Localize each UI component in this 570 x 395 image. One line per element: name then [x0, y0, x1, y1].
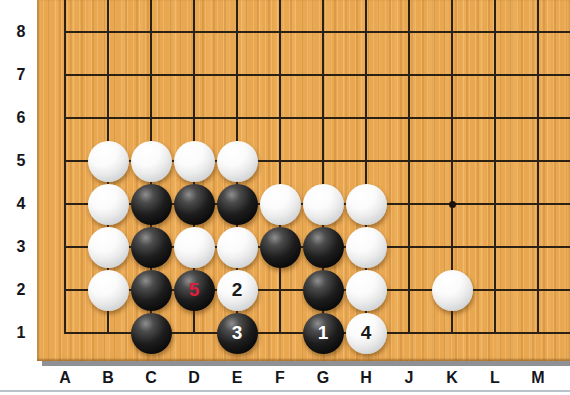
stone-white-E3 [217, 227, 258, 268]
stone-white-E5 [217, 141, 258, 182]
row-label-1: 1 [6, 322, 36, 344]
intersection-H6[interactable] [345, 97, 388, 140]
column-label-H: H [354, 367, 378, 389]
intersection-L3[interactable] [474, 226, 517, 269]
intersection-C6[interactable] [130, 97, 173, 140]
intersection-H7[interactable] [345, 54, 388, 97]
row-label-7: 7 [6, 64, 36, 86]
stone-black-G2 [303, 270, 344, 311]
stone-white-D3 [174, 227, 215, 268]
intersection-K4[interactable] [431, 183, 474, 226]
intersection-A7[interactable] [44, 54, 87, 97]
intersection-M5[interactable] [517, 140, 560, 183]
column-label-A: A [53, 367, 77, 389]
stone-black-E4 [217, 184, 258, 225]
stone-white-K2 [432, 270, 473, 311]
row-label-2: 2 [6, 279, 36, 301]
intersection-C3[interactable] [130, 226, 173, 269]
intersection-M2[interactable] [517, 269, 560, 312]
intersection-E8[interactable] [216, 11, 259, 54]
intersection-J5[interactable] [388, 140, 431, 183]
intersection-C7[interactable] [130, 54, 173, 97]
intersection-E6[interactable] [216, 97, 259, 140]
intersection-H1[interactable]: 4 [345, 312, 388, 355]
move-number-label: 4 [361, 323, 372, 342]
column-label-G: G [311, 367, 335, 389]
bottom-divider [0, 390, 570, 392]
intersection-F1[interactable] [259, 312, 302, 355]
stone-black-C2 [131, 270, 172, 311]
intersection-D7[interactable] [173, 54, 216, 97]
intersection-K2[interactable] [431, 269, 474, 312]
row-label-5: 5 [6, 150, 36, 172]
intersection-D6[interactable] [173, 97, 216, 140]
intersection-A1[interactable] [44, 312, 87, 355]
intersection-B6[interactable] [87, 97, 130, 140]
intersection-F6[interactable] [259, 97, 302, 140]
stone-white-B2 [88, 270, 129, 311]
intersection-F7[interactable] [259, 54, 302, 97]
intersection-G5[interactable] [302, 140, 345, 183]
intersection-F8[interactable] [259, 11, 302, 54]
intersection-F3[interactable] [259, 226, 302, 269]
stone-white-C5 [131, 141, 172, 182]
intersection-G7[interactable] [302, 54, 345, 97]
stone-white-D5 [174, 141, 215, 182]
stone-black-D4 [174, 184, 215, 225]
intersection-M4[interactable] [517, 183, 560, 226]
intersection-J1[interactable] [388, 312, 431, 355]
intersection-B3[interactable] [87, 226, 130, 269]
stone-white-F4 [260, 184, 301, 225]
intersection-K8[interactable] [431, 11, 474, 54]
intersection-B8[interactable] [87, 11, 130, 54]
stone-white-E2: 2 [217, 270, 258, 311]
intersection-D5[interactable] [173, 140, 216, 183]
intersection-M3[interactable] [517, 226, 560, 269]
stone-black-G3 [303, 227, 344, 268]
intersection-H2[interactable] [345, 269, 388, 312]
intersection-C5[interactable] [130, 140, 173, 183]
stone-white-H3 [346, 227, 387, 268]
row-label-3: 3 [6, 236, 36, 258]
stone-white-B5 [88, 141, 129, 182]
intersection-M6[interactable] [517, 97, 560, 140]
stone-black-C1 [131, 313, 172, 354]
intersection-L6[interactable] [474, 97, 517, 140]
stone-black-C4 [131, 184, 172, 225]
row-label-8: 8 [6, 21, 36, 43]
stone-black-G1: 1 [303, 313, 344, 354]
intersection-E3[interactable] [216, 226, 259, 269]
intersection-A2[interactable] [44, 269, 87, 312]
intersection-M7[interactable] [517, 54, 560, 97]
column-label-C: C [139, 367, 163, 389]
stone-black-F3 [260, 227, 301, 268]
intersection-G3[interactable] [302, 226, 345, 269]
board-drop-shadow [42, 361, 570, 366]
intersection-J6[interactable] [388, 97, 431, 140]
stone-white-G4 [303, 184, 344, 225]
intersection-B5[interactable] [87, 140, 130, 183]
intersection-D1[interactable] [173, 312, 216, 355]
go-app-window: 52314 87654321 ABCDEFGHJKLM [0, 0, 570, 395]
intersection-C8[interactable] [130, 11, 173, 54]
intersection-G6[interactable] [302, 97, 345, 140]
board-surface[interactable]: 52314 [37, 0, 570, 361]
row-label-6: 6 [6, 107, 36, 129]
column-label-F: F [268, 367, 292, 389]
intersection-L7[interactable] [474, 54, 517, 97]
intersection-A8[interactable] [44, 11, 87, 54]
intersection-F2[interactable] [259, 269, 302, 312]
intersection-J7[interactable] [388, 54, 431, 97]
intersection-M1[interactable] [517, 312, 560, 355]
stone-black-C3 [131, 227, 172, 268]
column-label-B: B [96, 367, 120, 389]
intersection-J3[interactable] [388, 226, 431, 269]
column-label-L: L [483, 367, 507, 389]
intersection-L4[interactable] [474, 183, 517, 226]
move-number-label: 1 [318, 323, 329, 342]
intersection-K5[interactable] [431, 140, 474, 183]
intersection-L2[interactable] [474, 269, 517, 312]
intersection-J2[interactable] [388, 269, 431, 312]
stone-white-H4 [346, 184, 387, 225]
intersection-A4[interactable] [44, 183, 87, 226]
intersection-K6[interactable] [431, 97, 474, 140]
intersection-H4[interactable] [345, 183, 388, 226]
column-label-M: M [526, 367, 550, 389]
intersection-K3[interactable] [431, 226, 474, 269]
intersection-D2[interactable]: 5 [173, 269, 216, 312]
intersection-G8[interactable] [302, 11, 345, 54]
intersection-G1[interactable]: 1 [302, 312, 345, 355]
intersection-E2[interactable]: 2 [216, 269, 259, 312]
stone-white-B3 [88, 227, 129, 268]
column-label-E: E [225, 367, 249, 389]
column-label-D: D [182, 367, 206, 389]
intersection-E5[interactable] [216, 140, 259, 183]
intersection-H3[interactable] [345, 226, 388, 269]
intersection-E4[interactable] [216, 183, 259, 226]
intersection-C4[interactable] [130, 183, 173, 226]
intersection-A3[interactable] [44, 226, 87, 269]
stone-white-H1: 4 [346, 313, 387, 354]
intersection-B4[interactable] [87, 183, 130, 226]
intersection-B2[interactable] [87, 269, 130, 312]
intersection-A6[interactable] [44, 97, 87, 140]
intersection-C2[interactable] [130, 269, 173, 312]
intersection-K7[interactable] [431, 54, 474, 97]
column-label-J: J [397, 367, 421, 389]
intersection-G2[interactable] [302, 269, 345, 312]
intersection-F5[interactable] [259, 140, 302, 183]
intersection-L5[interactable] [474, 140, 517, 183]
intersection-K1[interactable] [431, 312, 474, 355]
intersection-E1[interactable]: 3 [216, 312, 259, 355]
intersection-D8[interactable] [173, 11, 216, 54]
move-number-label: 5 [189, 280, 200, 299]
intersection-D4[interactable] [173, 183, 216, 226]
intersection-B7[interactable] [87, 54, 130, 97]
intersection-F4[interactable] [259, 183, 302, 226]
intersection-J4[interactable] [388, 183, 431, 226]
intersection-L8[interactable] [474, 11, 517, 54]
go-board-grid: 52314 [44, 11, 560, 355]
move-number-label: 2 [232, 280, 243, 299]
stone-white-H2 [346, 270, 387, 311]
intersection-B1[interactable] [87, 312, 130, 355]
move-number-label: 3 [232, 323, 243, 342]
intersection-L1[interactable] [474, 312, 517, 355]
column-label-K: K [440, 367, 464, 389]
intersection-A5[interactable] [44, 140, 87, 183]
intersection-G4[interactable] [302, 183, 345, 226]
stone-black-D2: 5 [174, 270, 215, 311]
stone-black-E1: 3 [217, 313, 258, 354]
intersection-H5[interactable] [345, 140, 388, 183]
stone-white-B4 [88, 184, 129, 225]
intersection-H8[interactable] [345, 11, 388, 54]
intersection-D3[interactable] [173, 226, 216, 269]
intersection-J8[interactable] [388, 11, 431, 54]
intersection-E7[interactable] [216, 54, 259, 97]
row-label-4: 4 [6, 193, 36, 215]
intersection-C1[interactable] [130, 312, 173, 355]
intersection-M8[interactable] [517, 11, 560, 54]
